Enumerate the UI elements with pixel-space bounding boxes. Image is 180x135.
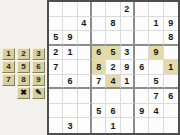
cell-r5c1[interactable]: 7 [49, 60, 63, 75]
cell-r2c4[interactable] [92, 17, 106, 32]
cell-r9c1[interactable] [49, 118, 63, 133]
cell-r2c5[interactable]: 8 [106, 17, 120, 32]
numpad-spacer [2, 87, 15, 99]
cell-r6c9[interactable] [164, 75, 178, 90]
cell-r7c9[interactable]: 6 [164, 89, 178, 104]
cell-r6c7[interactable] [135, 75, 149, 90]
number-pad: 1 2 3 4 5 6 7 8 9 ✖ ✎ [2, 48, 45, 99]
cell-r3c6[interactable] [121, 31, 135, 46]
cell-r8c2[interactable] [63, 104, 77, 119]
cell-r6c3[interactable] [78, 75, 92, 90]
cell-r2c6[interactable] [121, 17, 135, 32]
cell-r4c4[interactable]: 6 [92, 46, 106, 61]
cell-r3c5[interactable] [106, 31, 120, 46]
cell-r7c5[interactable] [106, 89, 120, 104]
cell-r5c4[interactable]: 8 [92, 60, 106, 75]
cell-r8c9[interactable] [164, 104, 178, 119]
pencil-icon: ✎ [35, 89, 42, 97]
numpad-button-1[interactable]: 1 [2, 48, 15, 60]
erase-button[interactable]: ✖ [17, 87, 30, 99]
cell-r5c9[interactable]: 1 [164, 60, 178, 75]
cell-r4c9[interactable] [164, 46, 178, 61]
cell-r8c5[interactable]: 6 [106, 104, 120, 119]
numpad-button-5[interactable]: 5 [17, 61, 30, 73]
cell-r5c6[interactable]: 9 [121, 60, 135, 75]
cell-r8c7[interactable]: 9 [135, 104, 149, 119]
cell-r7c3[interactable] [78, 89, 92, 104]
cell-r2c3[interactable]: 4 [78, 17, 92, 32]
sudoku-board: 248195982165397829616741576569431 [47, 0, 180, 135]
cell-r1c1[interactable] [49, 2, 63, 17]
cell-r9c4[interactable] [92, 118, 106, 133]
sudoku-app: 1 2 3 4 5 6 7 8 9 ✖ ✎ 248195982165397829… [0, 0, 180, 135]
cell-r3c9[interactable]: 8 [164, 31, 178, 46]
cell-r9c9[interactable] [164, 118, 178, 133]
erase-icon: ✖ [20, 89, 27, 97]
numpad-button-3[interactable]: 3 [32, 48, 45, 60]
cell-r7c8[interactable]: 7 [149, 89, 163, 104]
cell-r5c7[interactable]: 6 [135, 60, 149, 75]
cell-r8c8[interactable]: 4 [149, 104, 163, 119]
cell-r3c8[interactable] [149, 31, 163, 46]
cell-r6c5[interactable]: 4 [106, 75, 120, 90]
numpad-button-4[interactable]: 4 [2, 61, 15, 73]
numpad-button-6[interactable]: 6 [32, 61, 45, 73]
cell-r9c8[interactable] [149, 118, 163, 133]
cell-r7c6[interactable] [121, 89, 135, 104]
cell-r9c5[interactable]: 1 [106, 118, 120, 133]
cell-r9c2[interactable]: 3 [63, 118, 77, 133]
cell-r2c1[interactable] [49, 17, 63, 32]
cell-r5c3[interactable] [78, 60, 92, 75]
cell-r4c3[interactable] [78, 46, 92, 61]
cell-r4c5[interactable]: 5 [106, 46, 120, 61]
cell-r2c7[interactable] [135, 17, 149, 32]
cell-r1c9[interactable] [164, 2, 178, 17]
cell-r6c1[interactable] [49, 75, 63, 90]
cell-r9c7[interactable] [135, 118, 149, 133]
cell-r4c8[interactable]: 9 [149, 46, 163, 61]
cell-r4c2[interactable]: 1 [63, 46, 77, 61]
cell-r4c1[interactable]: 2 [49, 46, 63, 61]
pencil-button[interactable]: ✎ [32, 87, 45, 99]
cell-r3c1[interactable]: 5 [49, 31, 63, 46]
cell-r6c8[interactable]: 5 [149, 75, 163, 90]
cell-r3c7[interactable] [135, 31, 149, 46]
cell-r1c5[interactable] [106, 2, 120, 17]
cell-r1c7[interactable] [135, 2, 149, 17]
cell-r4c6[interactable]: 3 [121, 46, 135, 61]
cell-r8c1[interactable] [49, 104, 63, 119]
cell-r7c4[interactable] [92, 89, 106, 104]
cell-r1c2[interactable] [63, 2, 77, 17]
cell-r7c1[interactable] [49, 89, 63, 104]
cell-r6c4[interactable]: 7 [92, 75, 106, 90]
cell-r5c2[interactable] [63, 60, 77, 75]
cell-r5c8[interactable] [149, 60, 163, 75]
cell-r1c8[interactable] [149, 2, 163, 17]
numpad-button-8[interactable]: 8 [17, 74, 30, 86]
cell-r9c6[interactable] [121, 118, 135, 133]
cell-r7c7[interactable] [135, 89, 149, 104]
cell-r3c4[interactable] [92, 31, 106, 46]
cell-r1c4[interactable] [92, 2, 106, 17]
cell-r7c2[interactable] [63, 89, 77, 104]
cell-r2c8[interactable]: 1 [149, 17, 163, 32]
cell-r9c3[interactable] [78, 118, 92, 133]
cell-r6c2[interactable]: 6 [63, 75, 77, 90]
cell-r8c3[interactable] [78, 104, 92, 119]
cell-r4c7[interactable] [135, 46, 149, 61]
cell-r8c4[interactable]: 5 [92, 104, 106, 119]
cell-r3c2[interactable]: 9 [63, 31, 77, 46]
numpad-button-9[interactable]: 9 [32, 74, 45, 86]
cell-r3c3[interactable] [78, 31, 92, 46]
cell-r6c6[interactable]: 1 [121, 75, 135, 90]
cell-r1c3[interactable] [78, 2, 92, 17]
cell-r2c9[interactable]: 9 [164, 17, 178, 32]
cell-r8c6[interactable] [121, 104, 135, 119]
numpad-button-7[interactable]: 7 [2, 74, 15, 86]
cell-r1c6[interactable]: 2 [121, 2, 135, 17]
cell-r2c2[interactable] [63, 17, 77, 32]
numpad-button-2[interactable]: 2 [17, 48, 30, 60]
cell-r5c5[interactable]: 2 [106, 60, 120, 75]
